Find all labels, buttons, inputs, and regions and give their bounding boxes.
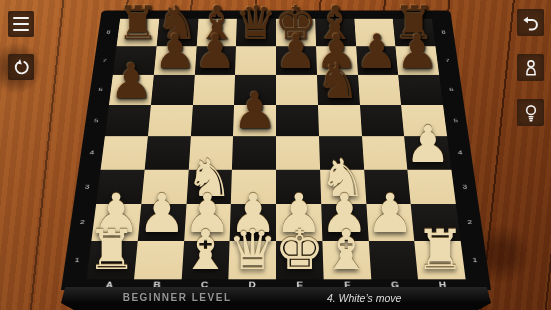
square-e6[interactable] xyxy=(276,75,318,105)
piece-black-pawn-e7[interactable]: ♟ xyxy=(275,28,318,76)
lightbulb-icon xyxy=(521,103,541,123)
piece-white-rook-h1[interactable]: ♜ xyxy=(415,224,465,279)
undo-move-button[interactable] xyxy=(517,9,544,36)
piece-black-pawn-h7[interactable]: ♟ xyxy=(396,28,439,76)
square-h6[interactable] xyxy=(398,75,443,105)
hint-button[interactable] xyxy=(517,99,544,126)
square-g5[interactable] xyxy=(360,105,405,137)
undo-arrow-icon xyxy=(521,13,541,33)
square-b4[interactable] xyxy=(144,136,190,169)
piece-white-king-e1[interactable]: ♚ xyxy=(275,224,325,279)
square-c5[interactable] xyxy=(190,105,234,137)
square-g4[interactable] xyxy=(362,136,408,169)
move-status-label: 4. White’s move xyxy=(327,292,402,304)
piece-white-pawn-h4[interactable]: ♟ xyxy=(405,119,451,170)
square-e5[interactable] xyxy=(276,105,319,137)
square-b5[interactable] xyxy=(148,105,193,137)
rotate-board-button[interactable] xyxy=(8,54,34,80)
board-front-face: BEGINNER LEVEL 4. White’s move xyxy=(61,287,491,310)
square-g1[interactable] xyxy=(368,241,418,280)
square-e4[interactable] xyxy=(276,136,320,169)
piece-black-pawn-b7[interactable]: ♟ xyxy=(154,28,197,76)
chess-app-screen: 87654321 87654321 ABCDEFGH BEGINNER LEVE… xyxy=(0,0,551,310)
piece-white-queen-d1[interactable]: ♛ xyxy=(228,224,278,279)
piece-black-pawn-g7[interactable]: ♟ xyxy=(356,28,399,76)
menu-button[interactable] xyxy=(8,11,34,37)
piece-white-rook-a1[interactable]: ♜ xyxy=(87,224,137,279)
piece-black-queen-d8[interactable]: ♛ xyxy=(235,0,277,47)
square-a4[interactable] xyxy=(101,136,148,169)
level-label: BEGINNER LEVEL xyxy=(123,292,232,303)
piece-black-pawn-d5[interactable]: ♟ xyxy=(232,87,277,137)
piece-white-pawn-b2[interactable]: ♟ xyxy=(138,187,186,241)
piece-white-bishop-f1[interactable]: ♝ xyxy=(322,224,372,279)
square-d4[interactable] xyxy=(232,136,276,169)
square-b1[interactable] xyxy=(134,241,184,280)
rank-label-1: 1 xyxy=(461,241,490,280)
piece-black-knight-f6[interactable]: ♞ xyxy=(316,57,360,106)
rank-label-3: 3 xyxy=(451,169,478,204)
piece-black-rook-a8[interactable]: ♜ xyxy=(117,0,159,47)
square-f5[interactable] xyxy=(318,105,362,137)
rank-label-6: 6 xyxy=(439,75,464,105)
player-mode-button[interactable] xyxy=(517,54,544,81)
piece-black-pawn-a6[interactable]: ♟ xyxy=(109,57,153,106)
player-pawn-icon xyxy=(521,58,541,78)
hamburger-icon xyxy=(13,17,29,32)
piece-white-bishop-c1[interactable]: ♝ xyxy=(181,224,231,279)
square-c6[interactable] xyxy=(192,75,235,105)
rank-label-4: 4 xyxy=(447,136,473,169)
piece-white-pawn-g2[interactable]: ♟ xyxy=(366,187,414,241)
square-g6[interactable] xyxy=(358,75,402,105)
square-a5[interactable] xyxy=(105,105,151,137)
rank-label-7: 7 xyxy=(435,46,459,75)
rotate-arrow-icon xyxy=(12,58,31,77)
square-b6[interactable] xyxy=(151,75,195,105)
square-h3[interactable] xyxy=(408,169,456,204)
piece-black-pawn-c7[interactable]: ♟ xyxy=(194,28,237,76)
board-stage: 87654321 87654321 ABCDEFGH BEGINNER LEVE… xyxy=(0,0,551,310)
